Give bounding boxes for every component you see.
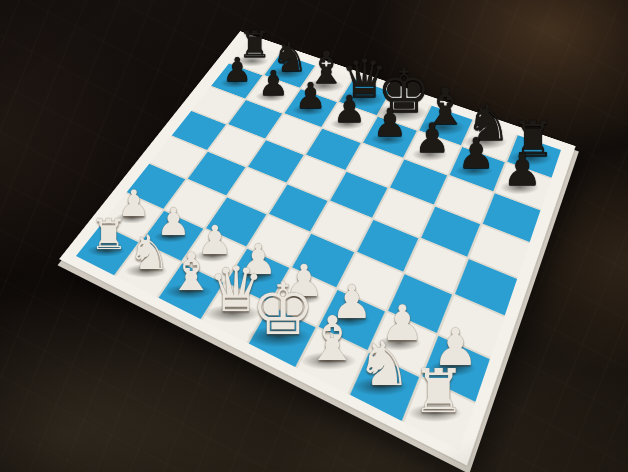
photo-of-chess-set: { "game": "chess", "scene": { "descripti… (0, 0, 628, 472)
vignette (0, 0, 628, 472)
